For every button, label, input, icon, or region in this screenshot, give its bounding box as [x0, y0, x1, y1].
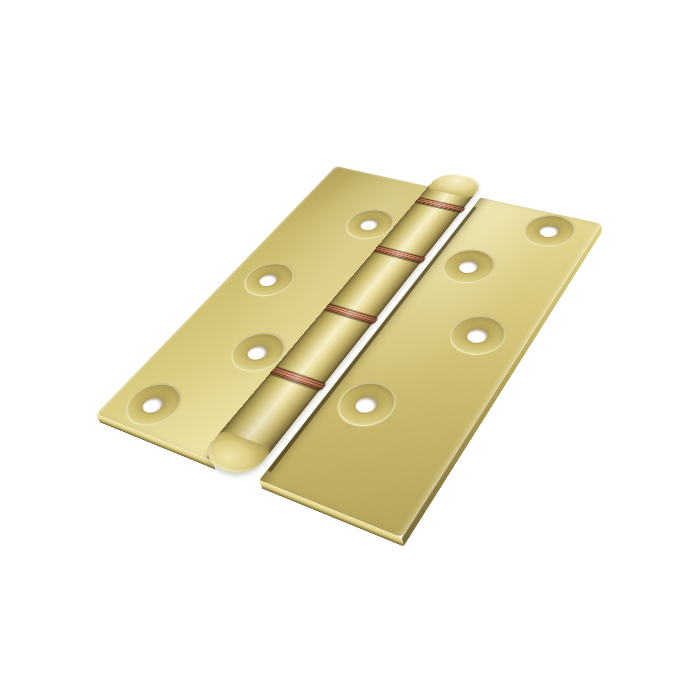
screw-hole-bore	[536, 224, 561, 239]
screw-hole-bore	[357, 218, 382, 232]
screw-hole-bore	[351, 394, 381, 416]
screw-hole-bore	[463, 326, 491, 345]
screw-hole-bore	[256, 272, 282, 288]
screw-hole-bore	[243, 343, 271, 362]
brass-hinge	[96, 166, 602, 538]
product-photo	[0, 0, 700, 700]
screw-hole-bore	[138, 395, 167, 416]
bronze-washer	[414, 197, 466, 213]
screw-hole-bore	[455, 259, 481, 275]
bronze-washer	[372, 245, 426, 263]
pin-top-cap	[426, 171, 485, 199]
bronze-washer	[268, 366, 326, 391]
bronze-washer	[323, 303, 379, 324]
